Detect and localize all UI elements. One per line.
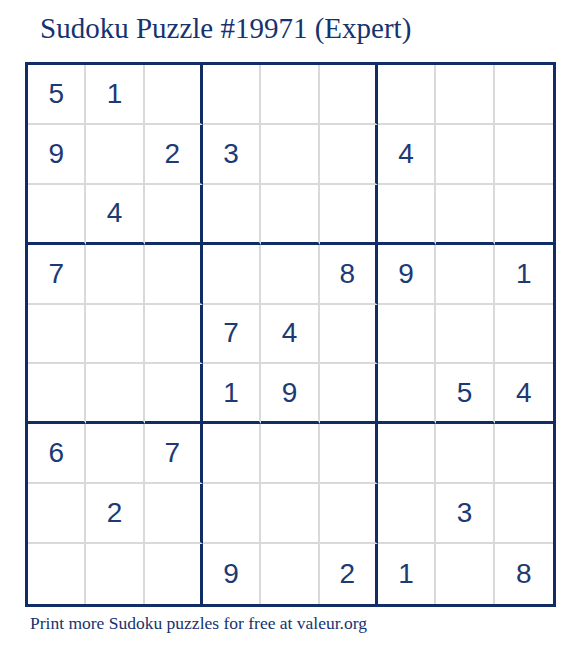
cell-r7c6 — [320, 424, 378, 484]
cell-r7c3: 7 — [145, 424, 203, 484]
cell-r9c6: 2 — [320, 544, 378, 604]
cell-r3c7 — [378, 185, 436, 245]
cell-r7c5 — [261, 424, 319, 484]
cell-r6c8: 5 — [436, 364, 494, 424]
cell-r5c4: 7 — [203, 305, 261, 365]
cell-r5c7 — [378, 305, 436, 365]
cell-r4c2 — [86, 245, 144, 305]
cell-r5c5: 4 — [261, 305, 319, 365]
cell-r2c5 — [261, 125, 319, 185]
cell-r9c8 — [436, 544, 494, 604]
cell-r1c3 — [145, 65, 203, 125]
cell-r8c8: 3 — [436, 484, 494, 544]
cell-r2c3: 2 — [145, 125, 203, 185]
cell-r5c1 — [28, 305, 86, 365]
cell-r2c9 — [495, 125, 553, 185]
page: Sudoku Puzzle #19971 (Expert) 5192344789… — [0, 0, 580, 651]
footer-text: Print more Sudoku puzzles for free at va… — [30, 613, 367, 634]
cell-r6c4: 1 — [203, 364, 261, 424]
cell-r9c2 — [86, 544, 144, 604]
cell-r7c1: 6 — [28, 424, 86, 484]
cell-r5c6 — [320, 305, 378, 365]
cell-r8c7 — [378, 484, 436, 544]
cell-r5c3 — [145, 305, 203, 365]
cell-r1c4 — [203, 65, 261, 125]
cell-r5c8 — [436, 305, 494, 365]
cell-r7c9 — [495, 424, 553, 484]
cell-r3c3 — [145, 185, 203, 245]
cell-r6c2 — [86, 364, 144, 424]
cell-r6c6 — [320, 364, 378, 424]
cell-r2c2 — [86, 125, 144, 185]
cell-r8c3 — [145, 484, 203, 544]
cell-r4c9: 1 — [495, 245, 553, 305]
cell-r1c7 — [378, 65, 436, 125]
cell-r9c9: 8 — [495, 544, 553, 604]
cell-r3c2: 4 — [86, 185, 144, 245]
cell-r2c1: 9 — [28, 125, 86, 185]
cell-r1c9 — [495, 65, 553, 125]
cell-r2c7: 4 — [378, 125, 436, 185]
cell-r4c7: 9 — [378, 245, 436, 305]
cell-r6c1 — [28, 364, 86, 424]
cell-r9c5 — [261, 544, 319, 604]
cell-r4c5 — [261, 245, 319, 305]
cell-r4c8 — [436, 245, 494, 305]
cell-r8c4 — [203, 484, 261, 544]
cell-r6c9: 4 — [495, 364, 553, 424]
cell-r6c3 — [145, 364, 203, 424]
cell-r3c6 — [320, 185, 378, 245]
cell-r6c7 — [378, 364, 436, 424]
cell-r3c5 — [261, 185, 319, 245]
cell-r1c6 — [320, 65, 378, 125]
cell-r9c4: 9 — [203, 544, 261, 604]
cell-r3c4 — [203, 185, 261, 245]
cell-r2c4: 3 — [203, 125, 261, 185]
cell-r7c8 — [436, 424, 494, 484]
cell-r8c2: 2 — [86, 484, 144, 544]
cell-r1c5 — [261, 65, 319, 125]
cell-r7c4 — [203, 424, 261, 484]
cell-r2c8 — [436, 125, 494, 185]
cell-r9c3 — [145, 544, 203, 604]
cell-r2c6 — [320, 125, 378, 185]
cell-r6c5: 9 — [261, 364, 319, 424]
cell-r9c7: 1 — [378, 544, 436, 604]
cell-r8c9 — [495, 484, 553, 544]
cell-r7c2 — [86, 424, 144, 484]
cell-r7c7 — [378, 424, 436, 484]
cell-r8c5 — [261, 484, 319, 544]
cell-r8c1 — [28, 484, 86, 544]
cell-r5c2 — [86, 305, 144, 365]
cell-r8c6 — [320, 484, 378, 544]
cell-r4c3 — [145, 245, 203, 305]
cell-r4c1: 7 — [28, 245, 86, 305]
cell-r9c1 — [28, 544, 86, 604]
sudoku-board: 5192344789174195467239218 — [25, 62, 556, 607]
cell-r4c6: 8 — [320, 245, 378, 305]
cell-r1c2: 1 — [86, 65, 144, 125]
cell-r4c4 — [203, 245, 261, 305]
cell-r5c9 — [495, 305, 553, 365]
cell-r3c9 — [495, 185, 553, 245]
cell-r3c8 — [436, 185, 494, 245]
cell-r1c1: 5 — [28, 65, 86, 125]
cell-r3c1 — [28, 185, 86, 245]
cell-r1c8 — [436, 65, 494, 125]
page-title: Sudoku Puzzle #19971 (Expert) — [40, 12, 411, 45]
